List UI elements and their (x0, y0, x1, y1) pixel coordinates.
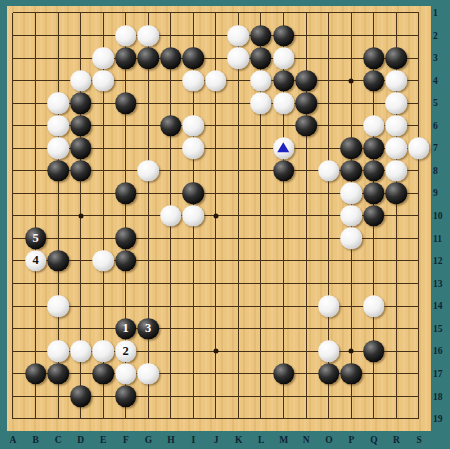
point-L3[interactable] (250, 47, 273, 70)
point-A6[interactable] (2, 114, 25, 137)
point-N13[interactable] (295, 272, 318, 295)
point-J10[interactable] (205, 205, 228, 228)
point-A17[interactable] (2, 362, 25, 385)
point-Q6[interactable] (362, 114, 385, 137)
point-B3[interactable] (24, 47, 47, 70)
point-S1[interactable] (408, 2, 431, 25)
point-D12[interactable] (69, 250, 92, 273)
point-D15[interactable] (69, 317, 92, 340)
point-A5[interactable] (2, 92, 25, 115)
point-D6[interactable] (69, 114, 92, 137)
point-H1[interactable] (160, 2, 183, 25)
point-S8[interactable] (408, 160, 431, 183)
point-F3[interactable] (114, 47, 137, 70)
point-F7[interactable] (114, 137, 137, 160)
point-C7[interactable] (47, 137, 70, 160)
point-A14[interactable] (2, 295, 25, 318)
point-N19[interactable] (295, 408, 318, 431)
point-S2[interactable] (408, 24, 431, 47)
point-E4[interactable] (92, 69, 115, 92)
point-E19[interactable] (92, 408, 115, 431)
point-I9[interactable] (182, 182, 205, 205)
point-J19[interactable] (205, 408, 228, 431)
point-E11[interactable] (92, 227, 115, 250)
point-O2[interactable] (317, 24, 340, 47)
point-I7[interactable] (182, 137, 205, 160)
point-H19[interactable] (160, 408, 183, 431)
point-O19[interactable] (317, 408, 340, 431)
point-D9[interactable] (69, 182, 92, 205)
point-C2[interactable] (47, 24, 70, 47)
point-A2[interactable] (2, 24, 25, 47)
point-J5[interactable] (205, 92, 228, 115)
point-L10[interactable] (250, 205, 273, 228)
point-O12[interactable] (317, 250, 340, 273)
point-L6[interactable] (250, 114, 273, 137)
point-P2[interactable] (340, 24, 363, 47)
point-R13[interactable] (385, 272, 408, 295)
point-H17[interactable] (160, 362, 183, 385)
point-J11[interactable] (205, 227, 228, 250)
point-J16[interactable] (205, 340, 228, 363)
point-E18[interactable] (92, 385, 115, 408)
point-J13[interactable] (205, 272, 228, 295)
point-R17[interactable] (385, 362, 408, 385)
point-O14[interactable] (317, 295, 340, 318)
point-D14[interactable] (69, 295, 92, 318)
point-H9[interactable] (160, 182, 183, 205)
point-Q7[interactable] (362, 137, 385, 160)
point-Q14[interactable] (362, 295, 385, 318)
point-M8[interactable] (272, 160, 295, 183)
point-K18[interactable] (227, 385, 250, 408)
point-I18[interactable] (182, 385, 205, 408)
point-J4[interactable] (205, 69, 228, 92)
point-D19[interactable] (69, 408, 92, 431)
point-Q5[interactable] (362, 92, 385, 115)
point-P6[interactable] (340, 114, 363, 137)
point-Q18[interactable] (362, 385, 385, 408)
point-O8[interactable] (317, 160, 340, 183)
point-L15[interactable] (250, 317, 273, 340)
point-L8[interactable] (250, 160, 273, 183)
point-A3[interactable] (2, 47, 25, 70)
point-C14[interactable] (47, 295, 70, 318)
point-D1[interactable] (69, 2, 92, 25)
point-R12[interactable] (385, 250, 408, 273)
point-P5[interactable] (340, 92, 363, 115)
point-F2[interactable] (114, 24, 137, 47)
point-R4[interactable] (385, 69, 408, 92)
point-C13[interactable] (47, 272, 70, 295)
point-D7[interactable] (69, 137, 92, 160)
point-I15[interactable] (182, 317, 205, 340)
point-J18[interactable] (205, 385, 228, 408)
point-B15[interactable] (24, 317, 47, 340)
point-L9[interactable] (250, 182, 273, 205)
point-K4[interactable] (227, 69, 250, 92)
point-M1[interactable] (272, 2, 295, 25)
point-F5[interactable] (114, 92, 137, 115)
point-P14[interactable] (340, 295, 363, 318)
point-J14[interactable] (205, 295, 228, 318)
point-H8[interactable] (160, 160, 183, 183)
point-S3[interactable] (408, 47, 431, 70)
point-C10[interactable] (47, 205, 70, 228)
point-P19[interactable] (340, 408, 363, 431)
point-G16[interactable] (137, 340, 160, 363)
point-P15[interactable] (340, 317, 363, 340)
point-M2[interactable] (272, 24, 295, 47)
point-O13[interactable] (317, 272, 340, 295)
point-O18[interactable] (317, 385, 340, 408)
point-H2[interactable] (160, 24, 183, 47)
point-N9[interactable] (295, 182, 318, 205)
point-G9[interactable] (137, 182, 160, 205)
point-M3[interactable] (272, 47, 295, 70)
point-H11[interactable] (160, 227, 183, 250)
point-S17[interactable] (408, 362, 431, 385)
point-C1[interactable] (47, 2, 70, 25)
point-R2[interactable] (385, 24, 408, 47)
point-N4[interactable] (295, 69, 318, 92)
point-M14[interactable] (272, 295, 295, 318)
point-L11[interactable] (250, 227, 273, 250)
point-E15[interactable] (92, 317, 115, 340)
point-P8[interactable] (340, 160, 363, 183)
point-B7[interactable] (24, 137, 47, 160)
point-B6[interactable] (24, 114, 47, 137)
point-F12[interactable] (114, 250, 137, 273)
point-I17[interactable] (182, 362, 205, 385)
point-N18[interactable] (295, 385, 318, 408)
point-S19[interactable] (408, 408, 431, 431)
point-Q12[interactable] (362, 250, 385, 273)
point-M13[interactable] (272, 272, 295, 295)
point-M16[interactable] (272, 340, 295, 363)
point-K6[interactable] (227, 114, 250, 137)
point-O3[interactable] (317, 47, 340, 70)
point-F8[interactable] (114, 160, 137, 183)
point-H15[interactable] (160, 317, 183, 340)
point-H10[interactable] (160, 205, 183, 228)
point-A8[interactable] (2, 160, 25, 183)
point-R10[interactable] (385, 205, 408, 228)
point-F19[interactable] (114, 408, 137, 431)
point-R11[interactable] (385, 227, 408, 250)
point-H5[interactable] (160, 92, 183, 115)
point-F17[interactable] (114, 362, 137, 385)
point-N10[interactable] (295, 205, 318, 228)
point-N16[interactable] (295, 340, 318, 363)
point-P18[interactable] (340, 385, 363, 408)
point-B5[interactable] (24, 92, 47, 115)
point-E17[interactable] (92, 362, 115, 385)
point-M15[interactable] (272, 317, 295, 340)
point-Q9[interactable] (362, 182, 385, 205)
point-K15[interactable] (227, 317, 250, 340)
point-H7[interactable] (160, 137, 183, 160)
point-S18[interactable] (408, 385, 431, 408)
point-B9[interactable] (24, 182, 47, 205)
point-D10[interactable] (69, 205, 92, 228)
point-Q17[interactable] (362, 362, 385, 385)
point-C12[interactable] (47, 250, 70, 273)
point-F10[interactable] (114, 205, 137, 228)
point-H13[interactable] (160, 272, 183, 295)
point-E9[interactable] (92, 182, 115, 205)
point-R8[interactable] (385, 160, 408, 183)
point-B19[interactable] (24, 408, 47, 431)
point-O6[interactable] (317, 114, 340, 137)
point-Q1[interactable] (362, 2, 385, 25)
point-P7[interactable] (340, 137, 363, 160)
point-L17[interactable] (250, 362, 273, 385)
point-J15[interactable] (205, 317, 228, 340)
point-M17[interactable] (272, 362, 295, 385)
point-A13[interactable] (2, 272, 25, 295)
point-E1[interactable] (92, 2, 115, 25)
point-G8[interactable] (137, 160, 160, 183)
point-J2[interactable] (205, 24, 228, 47)
point-K3[interactable] (227, 47, 250, 70)
point-R5[interactable] (385, 92, 408, 115)
point-N7[interactable] (295, 137, 318, 160)
point-M19[interactable] (272, 408, 295, 431)
point-N6[interactable] (295, 114, 318, 137)
point-F14[interactable] (114, 295, 137, 318)
point-Q8[interactable] (362, 160, 385, 183)
point-A18[interactable] (2, 385, 25, 408)
point-J7[interactable] (205, 137, 228, 160)
point-R6[interactable] (385, 114, 408, 137)
point-E3[interactable] (92, 47, 115, 70)
point-L2[interactable] (250, 24, 273, 47)
point-P9[interactable] (340, 182, 363, 205)
point-A10[interactable] (2, 205, 25, 228)
point-G5[interactable] (137, 92, 160, 115)
point-L1[interactable] (250, 2, 273, 25)
point-N15[interactable] (295, 317, 318, 340)
point-N2[interactable] (295, 24, 318, 47)
point-B12[interactable]: 4 (24, 250, 47, 273)
point-C15[interactable] (47, 317, 70, 340)
point-H18[interactable] (160, 385, 183, 408)
point-Q3[interactable] (362, 47, 385, 70)
point-A12[interactable] (2, 250, 25, 273)
point-I6[interactable] (182, 114, 205, 137)
point-O17[interactable] (317, 362, 340, 385)
point-G4[interactable] (137, 69, 160, 92)
point-M6[interactable] (272, 114, 295, 137)
point-E16[interactable] (92, 340, 115, 363)
point-I4[interactable] (182, 69, 205, 92)
point-G17[interactable] (137, 362, 160, 385)
point-O11[interactable] (317, 227, 340, 250)
point-G19[interactable] (137, 408, 160, 431)
point-K14[interactable] (227, 295, 250, 318)
point-J3[interactable] (205, 47, 228, 70)
point-P17[interactable] (340, 362, 363, 385)
point-I8[interactable] (182, 160, 205, 183)
point-S15[interactable] (408, 317, 431, 340)
point-B10[interactable] (24, 205, 47, 228)
point-O4[interactable] (317, 69, 340, 92)
point-G15[interactable]: 3 (137, 317, 160, 340)
point-H16[interactable] (160, 340, 183, 363)
point-B1[interactable] (24, 2, 47, 25)
point-A15[interactable] (2, 317, 25, 340)
point-C3[interactable] (47, 47, 70, 70)
point-G14[interactable] (137, 295, 160, 318)
point-G2[interactable] (137, 24, 160, 47)
point-L18[interactable] (250, 385, 273, 408)
point-Q2[interactable] (362, 24, 385, 47)
point-I19[interactable] (182, 408, 205, 431)
point-J1[interactable] (205, 2, 228, 25)
point-E2[interactable] (92, 24, 115, 47)
point-E10[interactable] (92, 205, 115, 228)
point-S6[interactable] (408, 114, 431, 137)
point-A7[interactable] (2, 137, 25, 160)
point-R18[interactable] (385, 385, 408, 408)
point-E13[interactable] (92, 272, 115, 295)
point-B11[interactable]: 5 (24, 227, 47, 250)
point-E6[interactable] (92, 114, 115, 137)
point-C19[interactable] (47, 408, 70, 431)
point-Q11[interactable] (362, 227, 385, 250)
point-G12[interactable] (137, 250, 160, 273)
point-F4[interactable] (114, 69, 137, 92)
point-K16[interactable] (227, 340, 250, 363)
point-K5[interactable] (227, 92, 250, 115)
point-F1[interactable] (114, 2, 137, 25)
point-L12[interactable] (250, 250, 273, 273)
point-C4[interactable] (47, 69, 70, 92)
point-M18[interactable] (272, 385, 295, 408)
point-S7[interactable] (408, 137, 431, 160)
point-M9[interactable] (272, 182, 295, 205)
point-N14[interactable] (295, 295, 318, 318)
point-P12[interactable] (340, 250, 363, 273)
point-N12[interactable] (295, 250, 318, 273)
point-M7[interactable] (272, 137, 295, 160)
point-I11[interactable] (182, 227, 205, 250)
point-M4[interactable] (272, 69, 295, 92)
point-I3[interactable] (182, 47, 205, 70)
point-I14[interactable] (182, 295, 205, 318)
point-Q16[interactable] (362, 340, 385, 363)
point-Q19[interactable] (362, 408, 385, 431)
point-N11[interactable] (295, 227, 318, 250)
point-C8[interactable] (47, 160, 70, 183)
point-R7[interactable] (385, 137, 408, 160)
point-A9[interactable] (2, 182, 25, 205)
point-F13[interactable] (114, 272, 137, 295)
point-O15[interactable] (317, 317, 340, 340)
point-R9[interactable] (385, 182, 408, 205)
point-P10[interactable] (340, 205, 363, 228)
point-A16[interactable] (2, 340, 25, 363)
point-J9[interactable] (205, 182, 228, 205)
point-A11[interactable] (2, 227, 25, 250)
point-E12[interactable] (92, 250, 115, 273)
point-I5[interactable] (182, 92, 205, 115)
point-K10[interactable] (227, 205, 250, 228)
point-R14[interactable] (385, 295, 408, 318)
point-H12[interactable] (160, 250, 183, 273)
point-P16[interactable] (340, 340, 363, 363)
point-L19[interactable] (250, 408, 273, 431)
point-A4[interactable] (2, 69, 25, 92)
point-B13[interactable] (24, 272, 47, 295)
point-S10[interactable] (408, 205, 431, 228)
point-N3[interactable] (295, 47, 318, 70)
point-H4[interactable] (160, 69, 183, 92)
point-K1[interactable] (227, 2, 250, 25)
point-S16[interactable] (408, 340, 431, 363)
point-S9[interactable] (408, 182, 431, 205)
point-L16[interactable] (250, 340, 273, 363)
point-E8[interactable] (92, 160, 115, 183)
point-K2[interactable] (227, 24, 250, 47)
point-O10[interactable] (317, 205, 340, 228)
point-S4[interactable] (408, 69, 431, 92)
point-D4[interactable] (69, 69, 92, 92)
point-G13[interactable] (137, 272, 160, 295)
point-K11[interactable] (227, 227, 250, 250)
point-O7[interactable] (317, 137, 340, 160)
point-L4[interactable] (250, 69, 273, 92)
point-M5[interactable] (272, 92, 295, 115)
point-M11[interactable] (272, 227, 295, 250)
point-F11[interactable] (114, 227, 137, 250)
point-J6[interactable] (205, 114, 228, 137)
point-C16[interactable] (47, 340, 70, 363)
point-R16[interactable] (385, 340, 408, 363)
point-K12[interactable] (227, 250, 250, 273)
point-S11[interactable] (408, 227, 431, 250)
point-O9[interactable] (317, 182, 340, 205)
point-P13[interactable] (340, 272, 363, 295)
point-J17[interactable] (205, 362, 228, 385)
point-D16[interactable] (69, 340, 92, 363)
point-K17[interactable] (227, 362, 250, 385)
point-P1[interactable] (340, 2, 363, 25)
point-D3[interactable] (69, 47, 92, 70)
point-H14[interactable] (160, 295, 183, 318)
point-I12[interactable] (182, 250, 205, 273)
point-C6[interactable] (47, 114, 70, 137)
point-B4[interactable] (24, 69, 47, 92)
point-R15[interactable] (385, 317, 408, 340)
point-B16[interactable] (24, 340, 47, 363)
point-E14[interactable] (92, 295, 115, 318)
point-L13[interactable] (250, 272, 273, 295)
point-G3[interactable] (137, 47, 160, 70)
point-O16[interactable] (317, 340, 340, 363)
point-M10[interactable] (272, 205, 295, 228)
point-N5[interactable] (295, 92, 318, 115)
point-S13[interactable] (408, 272, 431, 295)
point-K8[interactable] (227, 160, 250, 183)
point-D11[interactable] (69, 227, 92, 250)
point-K7[interactable] (227, 137, 250, 160)
point-R1[interactable] (385, 2, 408, 25)
point-B17[interactable] (24, 362, 47, 385)
point-F6[interactable] (114, 114, 137, 137)
point-N8[interactable] (295, 160, 318, 183)
